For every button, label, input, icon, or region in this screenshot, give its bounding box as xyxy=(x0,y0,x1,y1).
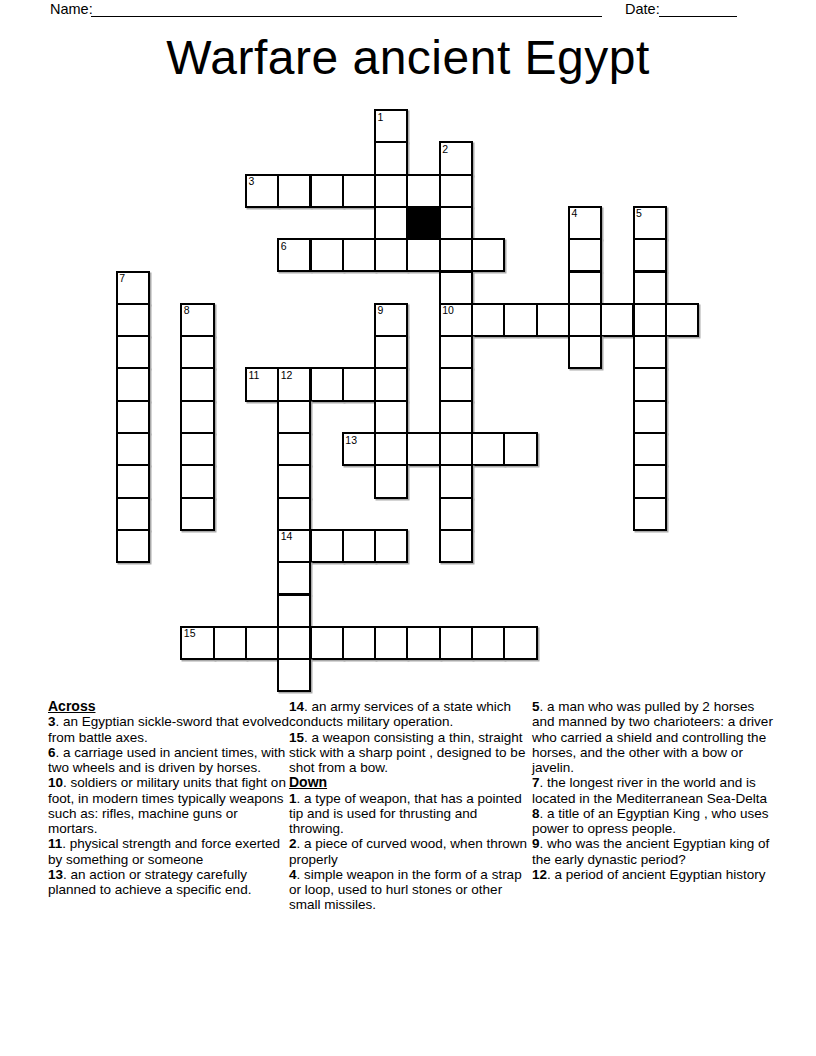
grid-cell-r7c10[interactable] xyxy=(439,335,473,369)
grid-cell-black xyxy=(406,206,440,240)
grid-cell-r9c8[interactable] xyxy=(374,400,408,434)
clue-number-label: 14 xyxy=(289,699,304,714)
worksheet-page: Name: Date: Warfare ancient Egypt 123456… xyxy=(0,0,816,1056)
date-field[interactable] xyxy=(659,1,737,17)
clue-number-label: 8 xyxy=(532,806,540,821)
clue-number: 15 xyxy=(184,627,196,639)
grid-cell-r12c5[interactable] xyxy=(277,497,311,531)
clue-number: 9 xyxy=(378,304,384,316)
grid-cell-r15c5[interactable] xyxy=(277,594,311,628)
grid-cell-r16c3[interactable] xyxy=(213,626,247,660)
grid-cell-r8c7[interactable] xyxy=(342,367,376,401)
grid-cell-r2c10[interactable] xyxy=(439,174,473,208)
grid-cell-r3c10[interactable] xyxy=(439,206,473,240)
grid-cell-r10c2[interactable] xyxy=(180,432,214,466)
grid-cell-r16c9[interactable] xyxy=(406,626,440,660)
grid-cell-r8c6[interactable] xyxy=(310,367,344,401)
grid-cell-r9c10[interactable] xyxy=(439,400,473,434)
grid-cell-r4c11[interactable] xyxy=(471,238,505,272)
clue-3: 3. an Egyptian sickle-sword that evolved… xyxy=(48,714,291,745)
grid-cell-r6c11[interactable] xyxy=(471,303,505,337)
grid-cell-r10c9[interactable] xyxy=(406,432,440,466)
grid-cell-r8c5[interactable]: 12 xyxy=(277,367,311,401)
grid-cell-r8c8[interactable] xyxy=(374,367,408,401)
grid-cell-r3c14[interactable]: 4 xyxy=(568,206,602,240)
grid-cell-r6c0[interactable] xyxy=(116,303,150,337)
grid-cell-r2c6[interactable] xyxy=(310,174,344,208)
grid-cell-r4c6[interactable] xyxy=(310,238,344,272)
clue-number: 14 xyxy=(281,530,293,542)
grid-cell-r5c16[interactable] xyxy=(633,271,667,305)
clue-14: 14. an army services of a state which co… xyxy=(289,699,532,730)
grid-cell-r8c16[interactable] xyxy=(633,367,667,401)
grid-cell-r2c5[interactable] xyxy=(277,174,311,208)
grid-cell-r9c5[interactable] xyxy=(277,400,311,434)
grid-cell-r9c16[interactable] xyxy=(633,400,667,434)
grid-cell-r8c2[interactable] xyxy=(180,367,214,401)
grid-cell-r10c16[interactable] xyxy=(633,432,667,466)
grid-cell-r10c8[interactable] xyxy=(374,432,408,466)
grid-cell-r13c0[interactable] xyxy=(116,529,150,563)
grid-cell-r12c10[interactable] xyxy=(439,497,473,531)
clue-11: 11. physical strength and force exerted … xyxy=(48,836,291,867)
grid-cell-r10c0[interactable] xyxy=(116,432,150,466)
grid-cell-r10c10[interactable] xyxy=(439,432,473,466)
grid-cell-r4c7[interactable] xyxy=(342,238,376,272)
clue-text: a carriage used in ancient times, with t… xyxy=(48,745,285,775)
grid-cell-r11c16[interactable] xyxy=(633,464,667,498)
grid-cell-r7c0[interactable] xyxy=(116,335,150,369)
clue-column-across: Across3. an Egyptian sickle-sword that e… xyxy=(48,699,291,897)
grid-cell-r4c8[interactable] xyxy=(374,238,408,272)
grid-cell-r8c10[interactable] xyxy=(439,367,473,401)
grid-cell-r7c14[interactable] xyxy=(568,335,602,369)
grid-cell-r8c0[interactable] xyxy=(116,367,150,401)
clue-number-label: 5 xyxy=(532,699,540,714)
clue-13: 13. an action or strategy carefully plan… xyxy=(48,867,291,898)
clue-number-label: 10 xyxy=(48,775,63,790)
clue-12: 12. a period of ancient Egyptian history xyxy=(532,867,775,882)
clue-number-label: 4 xyxy=(289,867,297,882)
grid-cell-r13c8[interactable] xyxy=(374,529,408,563)
clue-number-label: 2 xyxy=(289,836,297,851)
grid-cell-r9c2[interactable] xyxy=(180,400,214,434)
grid-cell-r13c7[interactable] xyxy=(342,529,376,563)
grid-cell-r6c13[interactable] xyxy=(536,303,570,337)
page-title: Warfare ancient Egypt xyxy=(0,30,816,85)
clue-9: 9. who was the ancient Egyptian king of … xyxy=(532,836,775,867)
clue-6: 6. a carriage used in ancient times, wit… xyxy=(48,745,291,776)
grid-cell-r17c5[interactable] xyxy=(277,658,311,692)
grid-cell-r5c0[interactable]: 7 xyxy=(116,271,150,305)
grid-cell-r12c0[interactable] xyxy=(116,497,150,531)
clue-number: 6 xyxy=(281,240,287,252)
clue-1: 1. a type of weapon, that has a pointed … xyxy=(289,791,532,837)
grid-cell-r10c11[interactable] xyxy=(471,432,505,466)
grid-cell-r6c15[interactable] xyxy=(600,303,634,337)
clue-number-label: 6 xyxy=(48,745,56,760)
grid-cell-r16c7[interactable] xyxy=(342,626,376,660)
clue-number: 8 xyxy=(184,304,190,316)
clue-number-label: 13 xyxy=(48,867,63,882)
clue-number: 10 xyxy=(442,304,454,316)
grid-cell-r7c8[interactable] xyxy=(374,335,408,369)
grid-cell-r3c16[interactable]: 5 xyxy=(633,206,667,240)
clue-number-label: 3 xyxy=(48,714,56,729)
clue-15: 15. a weapon consisting a thin, straight… xyxy=(289,730,532,776)
clue-text: simple weapon in the form of a strap or … xyxy=(289,867,522,913)
clue-5: 5. a man who was pulled by 2 horses and … xyxy=(532,699,775,775)
clue-text: a weapon consisting a thin, straight sti… xyxy=(289,730,525,776)
grid-cell-r14c5[interactable] xyxy=(277,561,311,595)
clue-number-label: 7 xyxy=(532,775,540,790)
clue-number: 12 xyxy=(281,369,293,381)
grid-cell-r4c14[interactable] xyxy=(568,238,602,272)
clue-text: a piece of curved wood, when thrown prop… xyxy=(289,836,527,866)
clue-7: 7. the longest river in the world and is… xyxy=(532,775,775,806)
clue-number-label: 1 xyxy=(289,791,297,806)
clue-column-down: 5. a man who was pulled by 2 horses and … xyxy=(532,699,775,882)
grid-cell-r2c8[interactable] xyxy=(374,174,408,208)
clue-text: a type of weapon, that has a pointed tip… xyxy=(289,791,522,837)
grid-cell-r4c10[interactable] xyxy=(439,238,473,272)
grid-cell-r16c4[interactable] xyxy=(245,626,279,660)
grid-cell-r12c2[interactable] xyxy=(180,497,214,531)
grid-cell-r11c10[interactable] xyxy=(439,464,473,498)
grid-cell-r16c10[interactable] xyxy=(439,626,473,660)
grid-cell-r16c2[interactable]: 15 xyxy=(180,626,214,660)
clue-text: an Egyptian sickle-sword that evolved fr… xyxy=(48,714,289,744)
clue-number: 13 xyxy=(345,434,357,446)
clue-number: 1 xyxy=(378,111,384,123)
clue-column-middle: 14. an army services of a state which co… xyxy=(289,699,532,913)
clue-text: a title of an Egyptian King , who uses p… xyxy=(532,806,768,836)
grid-cell-r11c0[interactable] xyxy=(116,464,150,498)
grid-cell-r6c2[interactable]: 8 xyxy=(180,303,214,337)
down-header: Down xyxy=(289,775,532,790)
grid-cell-r13c10[interactable] xyxy=(439,529,473,563)
grid-cell-r11c2[interactable] xyxy=(180,464,214,498)
grid-cell-r6c10[interactable]: 10 xyxy=(439,303,473,337)
grid-cell-r16c6[interactable] xyxy=(310,626,344,660)
grid-cell-r2c9[interactable] xyxy=(406,174,440,208)
grid-cell-r10c7[interactable]: 13 xyxy=(342,432,376,466)
grid-cell-r16c5[interactable] xyxy=(277,626,311,660)
grid-cell-r2c7[interactable] xyxy=(342,174,376,208)
grid-cell-r16c11[interactable] xyxy=(471,626,505,660)
clue-8: 8. a title of an Egyptian King , who use… xyxy=(532,806,775,837)
grid-cell-r11c8[interactable] xyxy=(374,464,408,498)
grid-cell-r4c9[interactable] xyxy=(406,238,440,272)
clue-10: 10. soldiers or military units that figh… xyxy=(48,775,291,836)
clue-number: 11 xyxy=(248,369,259,381)
grid-cell-r1c8[interactable] xyxy=(374,141,408,175)
clue-text: a period of ancient Egyptian history xyxy=(555,867,766,882)
grid-cell-r5c10[interactable] xyxy=(439,271,473,305)
clue-number-label: 11 xyxy=(48,836,62,851)
grid-cell-r6c12[interactable] xyxy=(503,303,537,337)
grid-cell-r10c12[interactable] xyxy=(503,432,537,466)
clue-text: an army services of a state which conduc… xyxy=(289,699,511,729)
clue-4: 4. simple weapon in the form of a strap … xyxy=(289,867,532,913)
clue-text: the longest river in the world and is lo… xyxy=(532,775,767,805)
clue-number: 3 xyxy=(248,175,254,187)
grid-cell-r7c2[interactable] xyxy=(180,335,214,369)
date-label: Date: xyxy=(625,1,660,17)
clue-text: an action or strategy carefully planned … xyxy=(48,867,251,897)
grid-cell-r5c14[interactable] xyxy=(568,271,602,305)
clue-text: physical strength and force exerted by s… xyxy=(48,836,280,866)
clue-text: a man who was pulled by 2 horses and man… xyxy=(532,699,773,775)
across-header: Across xyxy=(48,699,291,714)
grid-cell-r0c8[interactable]: 1 xyxy=(374,109,408,143)
name-field[interactable] xyxy=(91,1,602,17)
clue-number: 4 xyxy=(571,207,577,219)
grid-cell-r3c8[interactable] xyxy=(374,206,408,240)
grid-cell-r6c8[interactable]: 9 xyxy=(374,303,408,337)
clue-number: 5 xyxy=(636,207,642,219)
clue-2: 2. a piece of curved wood, when thrown p… xyxy=(289,836,532,867)
grid-cell-r4c5[interactable]: 6 xyxy=(277,238,311,272)
grid-cell-r11c5[interactable] xyxy=(277,464,311,498)
name-label: Name: xyxy=(50,1,93,17)
grid-cell-r12c16[interactable] xyxy=(633,497,667,531)
grid-cell-r2c4[interactable]: 3 xyxy=(245,174,279,208)
grid-cell-r6c14[interactable] xyxy=(568,303,602,337)
grid-cell-r1c10[interactable]: 2 xyxy=(439,141,473,175)
grid-cell-r4c16[interactable] xyxy=(633,238,667,272)
grid-cell-r6c17[interactable] xyxy=(665,303,699,337)
clue-number: 7 xyxy=(119,272,125,284)
grid-cell-r9c0[interactable] xyxy=(116,400,150,434)
clue-number-label: 12 xyxy=(532,867,547,882)
grid-cell-r16c8[interactable] xyxy=(374,626,408,660)
clue-text: who was the ancient Egyptian king of the… xyxy=(532,836,769,866)
grid-cell-r10c5[interactable] xyxy=(277,432,311,466)
grid-cell-r8c4[interactable]: 11 xyxy=(245,367,279,401)
clue-number-label: 9 xyxy=(532,836,540,851)
clue-number: 2 xyxy=(442,143,448,155)
clue-number-label: 15 xyxy=(289,730,304,745)
grid-cell-r7c16[interactable] xyxy=(633,335,667,369)
grid-cell-r6c16[interactable] xyxy=(633,303,667,337)
grid-cell-r16c12[interactable] xyxy=(503,626,537,660)
grid-cell-r13c5[interactable]: 14 xyxy=(277,529,311,563)
grid-cell-r13c6[interactable] xyxy=(310,529,344,563)
clue-text: soldiers or military units that fight on… xyxy=(48,775,286,836)
